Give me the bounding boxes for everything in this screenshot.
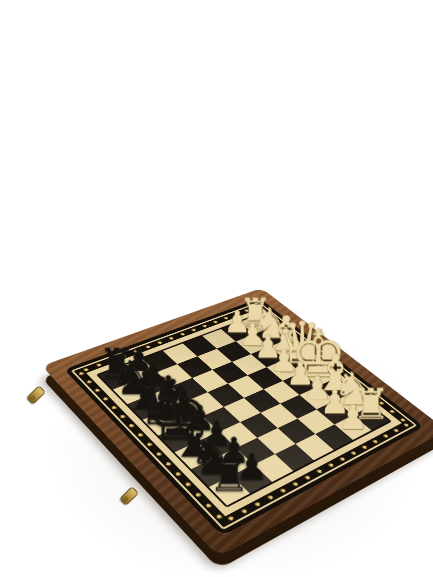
chess-product-photo: ♜♞♝♛♚♝♞♜♟♟♟♟♟♟♟♟♟♟♟♟♟♟♟♟♜♞♝♛♚♝♞♜: [0, 0, 433, 577]
board-wrap: ♜♞♝♛♚♝♞♜♟♟♟♟♟♟♟♟♟♟♟♟♟♟♟♟♜♞♝♛♚♝♞♜: [78, 232, 410, 564]
black-rook: ♜: [208, 451, 251, 498]
